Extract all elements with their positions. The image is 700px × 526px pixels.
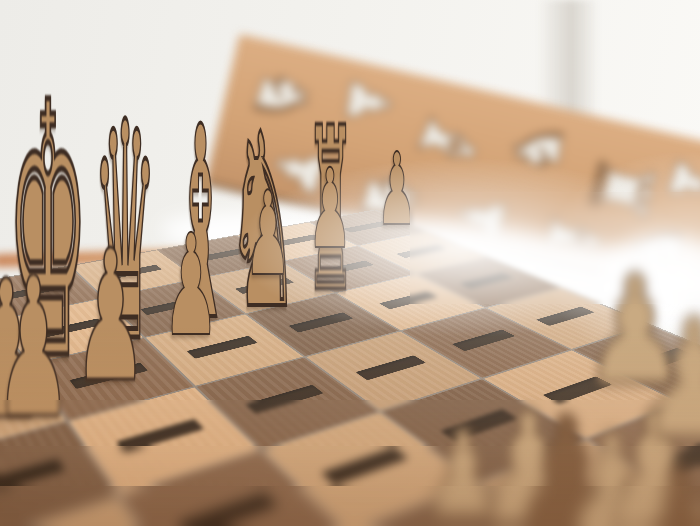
sheet-cutout-knight: ♞ bbox=[502, 115, 573, 181]
sheet-cutout-knight: ♞ bbox=[240, 58, 324, 137]
sheet-cutout-pawn: ♟ bbox=[262, 134, 338, 206]
photo-laser-cut-chess-set: ♞♟♝♞♜♟♟♞♟♝♞ ♚♛♝♞♜♟♟♟♟♟♟♟ ♟♟♟♟♟♟♟♟ bbox=[0, 0, 700, 526]
sheet-cutout-pawn: ♟ bbox=[336, 72, 401, 132]
